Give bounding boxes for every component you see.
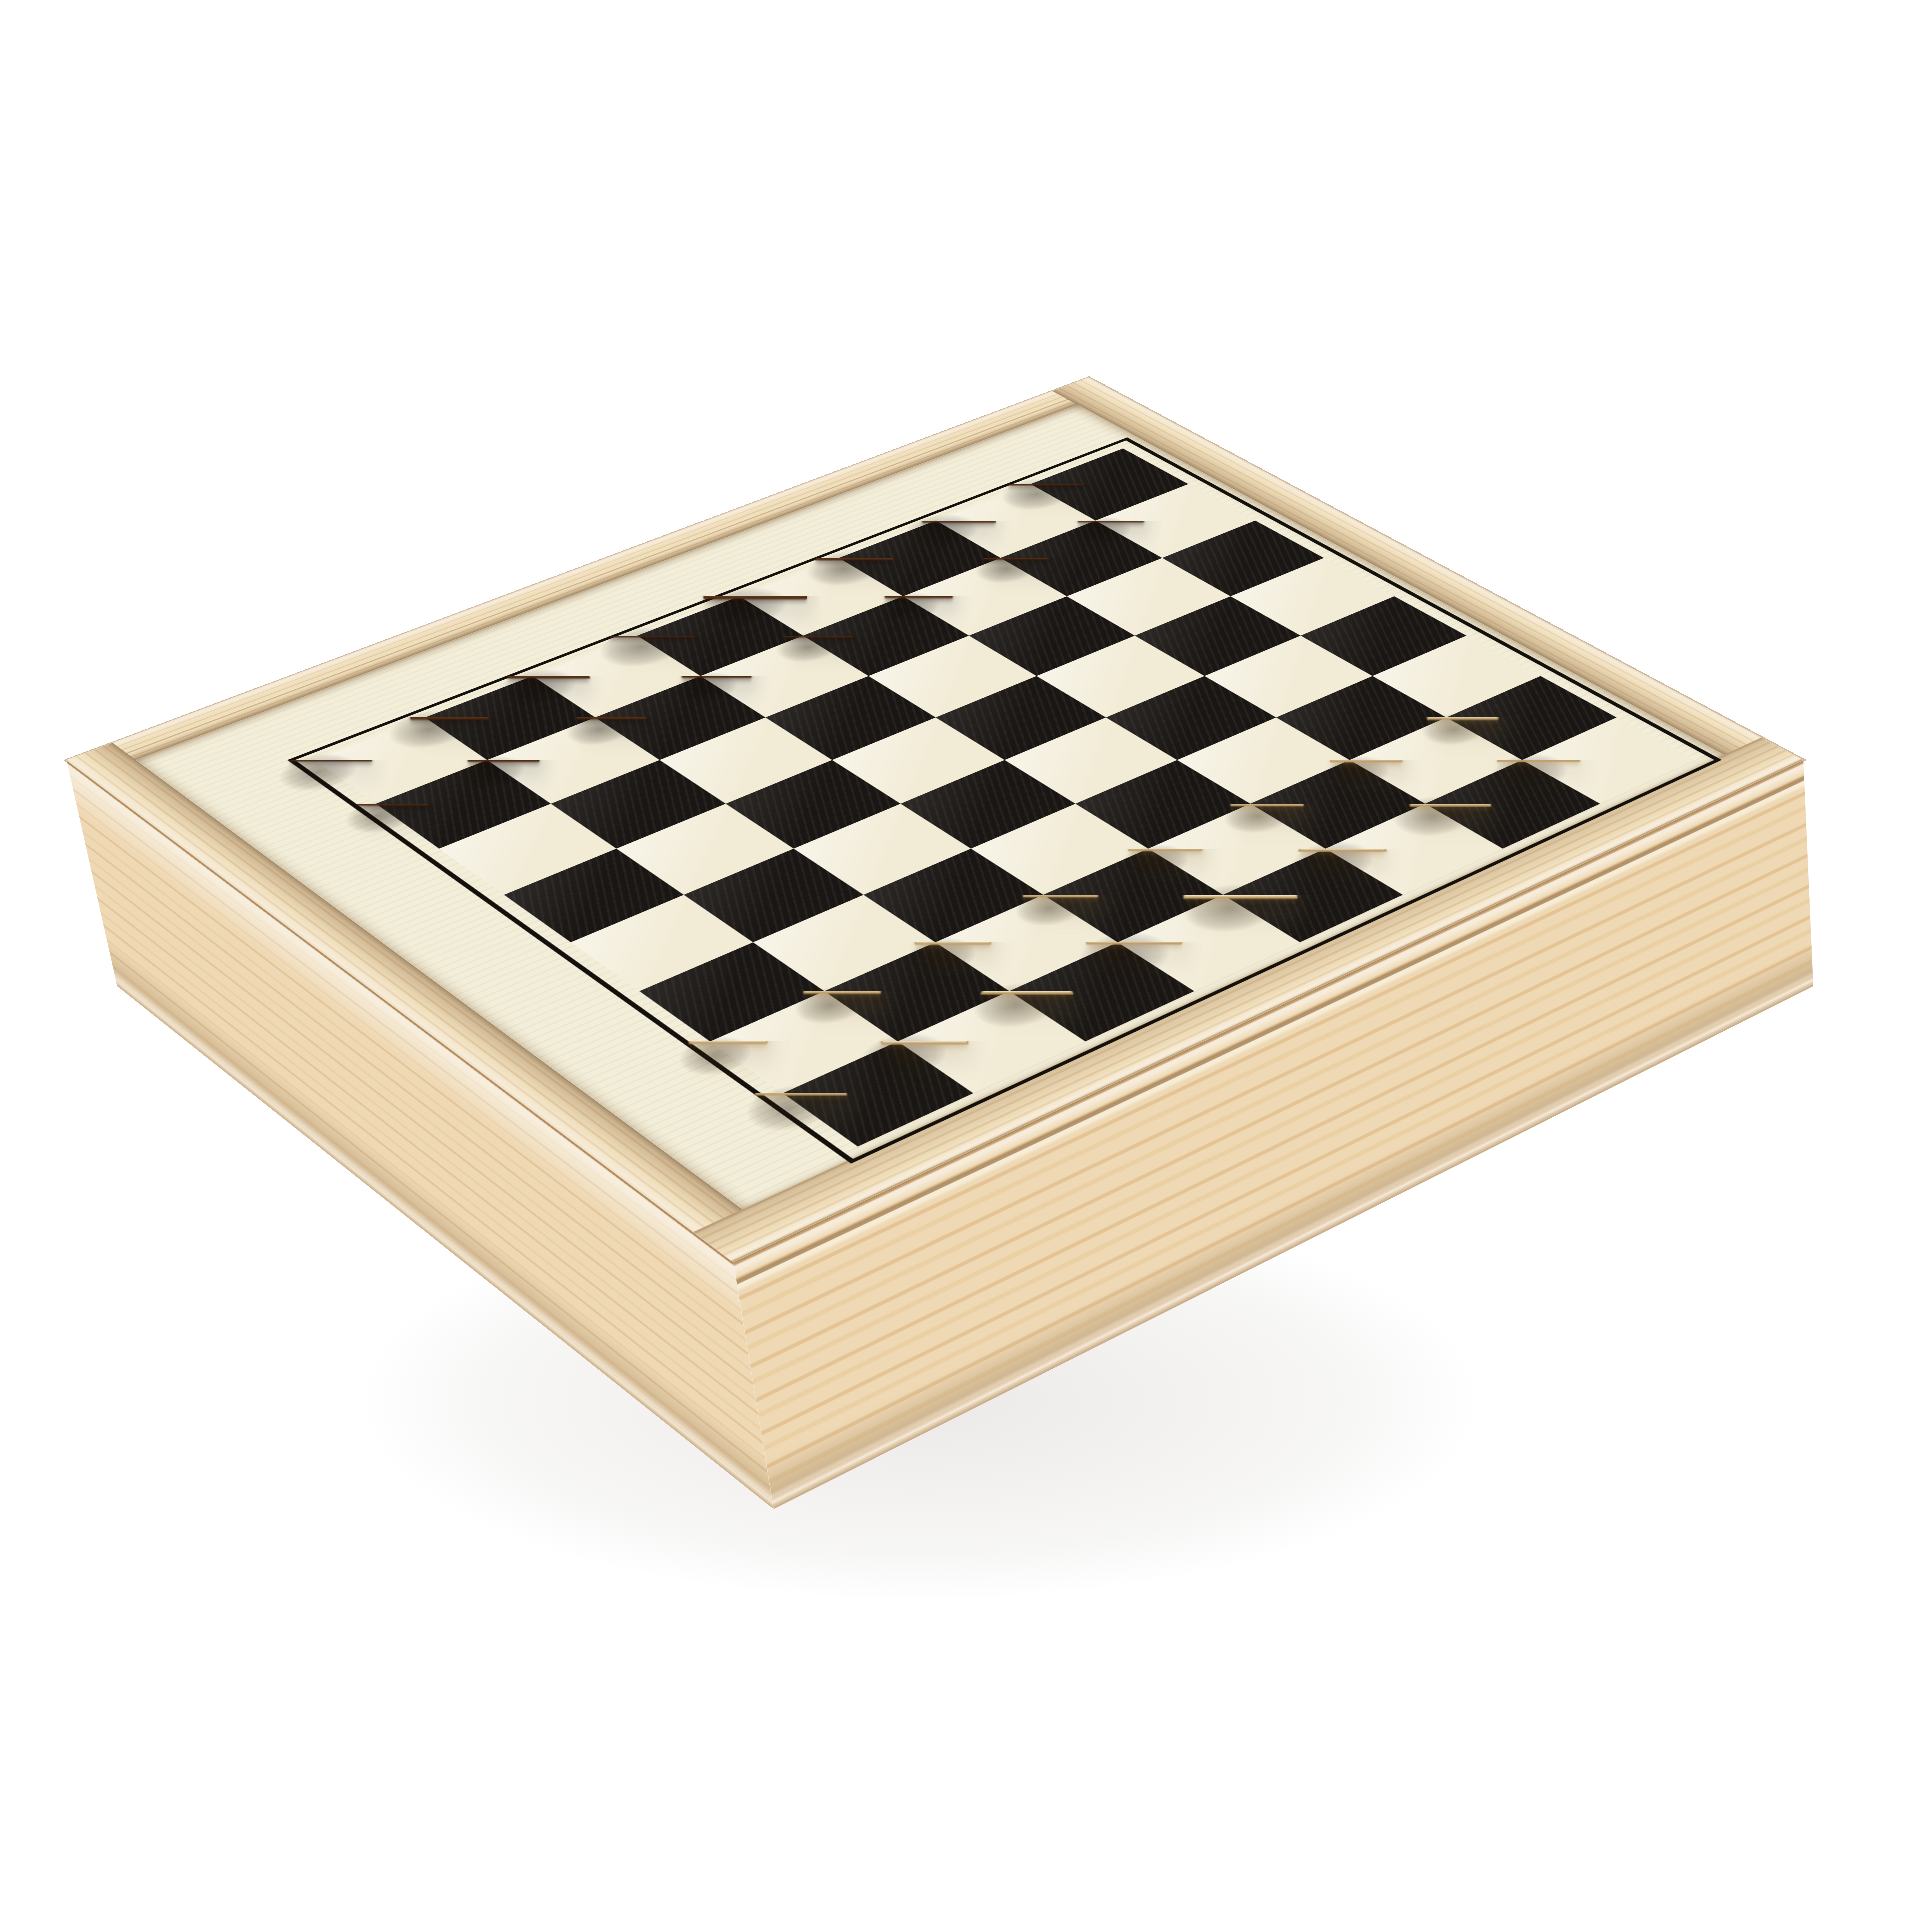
rook-icon: ♜: [645, 890, 957, 1132]
scene-3d: ♜♞♟♝♟♚♟♛♟♝♟♞♟♟♜♟♟♜♟♟♞♟♝♟♚♟♛♟♝♟♞♜: [0, 0, 1920, 1920]
chess-box: ♜♞♟♝♟♚♟♛♟♝♟♞♟♟♜♟♟♜♟♟♞♟♝♟♚♟♛♟♝♟♞♜: [66, 377, 1803, 1262]
product-photo-stage: ♜♞♟♝♟♚♟♛♟♝♟♞♟♟♜♟♟♜♟♟♞♟♝♟♚♟♛♟♝♟♞♜: [0, 0, 1920, 1920]
